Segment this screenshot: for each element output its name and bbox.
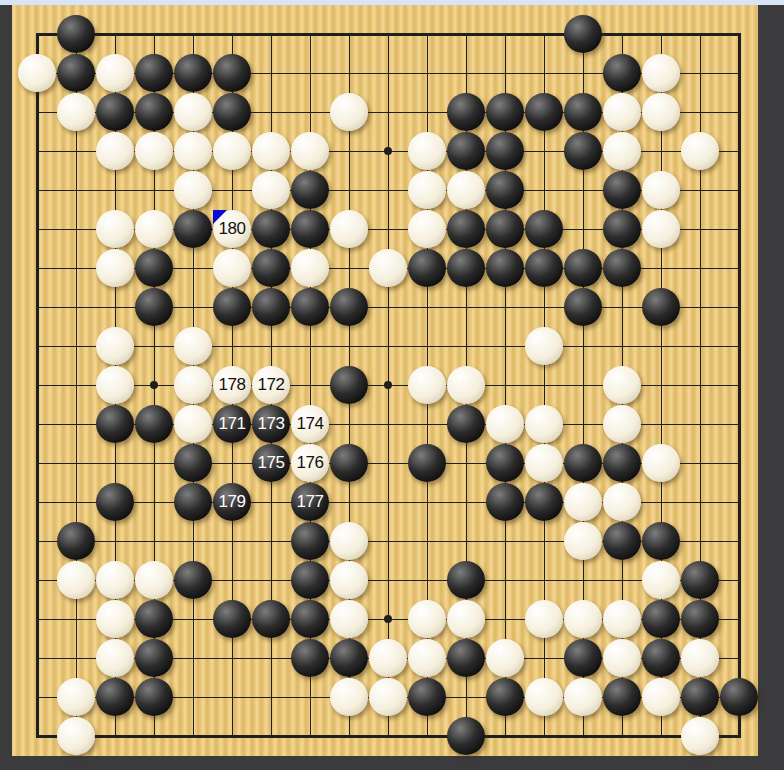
stone-white[interactable] bbox=[96, 210, 134, 248]
stone-white[interactable] bbox=[603, 132, 641, 170]
stone-black[interactable]: 175 bbox=[252, 444, 290, 482]
goban-board[interactable]: 180178172171173174175176179177 bbox=[12, 5, 758, 756]
stone-white[interactable] bbox=[96, 600, 134, 638]
stone-black[interactable]: 171 bbox=[213, 405, 251, 443]
stone-black[interactable] bbox=[603, 522, 641, 560]
stone-black[interactable] bbox=[486, 171, 524, 209]
stone-black[interactable] bbox=[291, 171, 329, 209]
last-move-marker-icon bbox=[213, 210, 227, 224]
stone-black[interactable] bbox=[603, 249, 641, 287]
stone-white[interactable] bbox=[330, 561, 368, 599]
stone-white[interactable] bbox=[135, 561, 173, 599]
stone-white[interactable] bbox=[57, 561, 95, 599]
stone-black[interactable] bbox=[720, 678, 758, 716]
grid-line-vertical bbox=[738, 33, 741, 738]
stone-black[interactable] bbox=[213, 288, 251, 326]
stone-white[interactable] bbox=[603, 600, 641, 638]
stone-black[interactable] bbox=[96, 483, 134, 521]
stone-white[interactable] bbox=[57, 717, 95, 755]
stone-white[interactable] bbox=[486, 405, 524, 443]
stone-white[interactable] bbox=[447, 600, 485, 638]
stone-white[interactable] bbox=[447, 171, 485, 209]
move-number-label: 178 bbox=[213, 366, 251, 404]
stone-white[interactable] bbox=[174, 366, 212, 404]
stone-black[interactable] bbox=[291, 288, 329, 326]
stone-white[interactable] bbox=[174, 171, 212, 209]
stone-white[interactable] bbox=[213, 132, 251, 170]
stone-black[interactable] bbox=[642, 522, 680, 560]
stone-white[interactable] bbox=[564, 600, 602, 638]
stone-white[interactable]: 178 bbox=[213, 366, 251, 404]
stone-black[interactable] bbox=[291, 639, 329, 677]
stone-black[interactable] bbox=[603, 444, 641, 482]
move-number-label: 177 bbox=[291, 483, 329, 521]
stone-white[interactable] bbox=[330, 678, 368, 716]
stone-black[interactable] bbox=[564, 639, 602, 677]
stone-white[interactable] bbox=[642, 54, 680, 92]
stone-white[interactable] bbox=[408, 366, 446, 404]
stone-white[interactable] bbox=[408, 171, 446, 209]
stone-white[interactable] bbox=[642, 210, 680, 248]
stone-black[interactable] bbox=[486, 249, 524, 287]
stone-black[interactable] bbox=[681, 561, 719, 599]
stone-white[interactable] bbox=[369, 678, 407, 716]
stone-black[interactable] bbox=[525, 249, 563, 287]
stone-black[interactable] bbox=[603, 678, 641, 716]
stone-white[interactable] bbox=[681, 717, 719, 755]
stone-white[interactable] bbox=[96, 249, 134, 287]
stone-black[interactable] bbox=[447, 717, 485, 755]
stone-black[interactable] bbox=[564, 249, 602, 287]
stone-white[interactable] bbox=[96, 561, 134, 599]
stone-black[interactable] bbox=[135, 54, 173, 92]
stone-black[interactable] bbox=[603, 54, 641, 92]
stone-black[interactable] bbox=[135, 249, 173, 287]
stone-white[interactable]: 176 bbox=[291, 444, 329, 482]
stone-white[interactable] bbox=[135, 210, 173, 248]
stone-white[interactable] bbox=[525, 327, 563, 365]
stone-white[interactable] bbox=[408, 210, 446, 248]
stone-white[interactable] bbox=[408, 600, 446, 638]
stone-black[interactable] bbox=[447, 210, 485, 248]
star-point bbox=[384, 381, 392, 389]
stone-black[interactable] bbox=[252, 210, 290, 248]
stone-black[interactable] bbox=[291, 210, 329, 248]
stone-white[interactable] bbox=[57, 93, 95, 131]
stone-white[interactable] bbox=[642, 561, 680, 599]
stone-white[interactable]: 172 bbox=[252, 366, 290, 404]
stone-black[interactable] bbox=[174, 54, 212, 92]
stone-black[interactable] bbox=[564, 93, 602, 131]
stone-black[interactable] bbox=[135, 678, 173, 716]
stone-white[interactable] bbox=[369, 639, 407, 677]
stone-black[interactable] bbox=[603, 210, 641, 248]
stone-black[interactable] bbox=[57, 15, 95, 53]
stone-black[interactable] bbox=[213, 54, 251, 92]
stone-black[interactable] bbox=[213, 93, 251, 131]
stone-black[interactable] bbox=[252, 288, 290, 326]
stone-white[interactable] bbox=[642, 678, 680, 716]
stone-white[interactable] bbox=[408, 639, 446, 677]
stone-black[interactable] bbox=[291, 522, 329, 560]
stone-black[interactable] bbox=[681, 600, 719, 638]
stone-black[interactable] bbox=[525, 483, 563, 521]
stone-white[interactable] bbox=[57, 678, 95, 716]
move-number-label: 179 bbox=[213, 483, 251, 521]
stone-white[interactable] bbox=[642, 444, 680, 482]
stone-white[interactable] bbox=[603, 405, 641, 443]
stone-black[interactable] bbox=[447, 561, 485, 599]
stone-black[interactable] bbox=[642, 639, 680, 677]
stone-white[interactable] bbox=[291, 132, 329, 170]
stone-black[interactable] bbox=[642, 600, 680, 638]
stone-black[interactable] bbox=[135, 600, 173, 638]
stone-black[interactable] bbox=[447, 639, 485, 677]
stone-black[interactable] bbox=[486, 132, 524, 170]
stone-black[interactable] bbox=[447, 132, 485, 170]
move-number-label: 176 bbox=[291, 444, 329, 482]
stone-white[interactable] bbox=[447, 366, 485, 404]
stone-black[interactable] bbox=[564, 288, 602, 326]
stone-white[interactable] bbox=[564, 678, 602, 716]
stone-black[interactable] bbox=[96, 678, 134, 716]
stone-black[interactable]: 179 bbox=[213, 483, 251, 521]
stone-black[interactable] bbox=[174, 561, 212, 599]
move-number-label: 171 bbox=[213, 405, 251, 443]
stone-black[interactable] bbox=[330, 444, 368, 482]
stone-white[interactable] bbox=[174, 132, 212, 170]
stone-black[interactable] bbox=[408, 444, 446, 482]
stone-black[interactable] bbox=[174, 444, 212, 482]
stone-black[interactable] bbox=[213, 600, 251, 638]
stone-white[interactable] bbox=[330, 210, 368, 248]
stone-white[interactable] bbox=[486, 639, 524, 677]
stone-white[interactable] bbox=[291, 249, 329, 287]
stone-black[interactable] bbox=[564, 132, 602, 170]
stone-white[interactable] bbox=[330, 522, 368, 560]
stone-white[interactable] bbox=[603, 93, 641, 131]
stone-black[interactable] bbox=[486, 678, 524, 716]
stone-white[interactable] bbox=[96, 639, 134, 677]
stone-white[interactable] bbox=[525, 600, 563, 638]
stone-white[interactable] bbox=[96, 54, 134, 92]
stone-white[interactable] bbox=[564, 522, 602, 560]
stone-white[interactable] bbox=[642, 93, 680, 131]
stone-black[interactable] bbox=[447, 249, 485, 287]
stone-black[interactable] bbox=[564, 15, 602, 53]
stone-white[interactable] bbox=[96, 366, 134, 404]
stone-white[interactable] bbox=[525, 444, 563, 482]
stone-black[interactable] bbox=[330, 366, 368, 404]
stone-black[interactable] bbox=[681, 678, 719, 716]
stone-white[interactable] bbox=[330, 93, 368, 131]
stone-black[interactable] bbox=[642, 288, 680, 326]
stone-black[interactable] bbox=[447, 405, 485, 443]
stone-black[interactable] bbox=[603, 171, 641, 209]
stone-black[interactable] bbox=[174, 210, 212, 248]
stone-black[interactable]: 177 bbox=[291, 483, 329, 521]
stone-white[interactable] bbox=[135, 132, 173, 170]
move-number-label: 172 bbox=[252, 366, 290, 404]
stone-white[interactable] bbox=[525, 405, 563, 443]
stone-white[interactable] bbox=[213, 249, 251, 287]
stone-white[interactable] bbox=[408, 132, 446, 170]
stone-white[interactable] bbox=[603, 483, 641, 521]
stone-black[interactable] bbox=[252, 600, 290, 638]
stone-white[interactable] bbox=[564, 483, 602, 521]
stone-white[interactable] bbox=[603, 639, 641, 677]
stone-black[interactable] bbox=[330, 639, 368, 677]
stone-white[interactable] bbox=[525, 678, 563, 716]
stone-black[interactable] bbox=[57, 522, 95, 560]
stone-black[interactable] bbox=[135, 639, 173, 677]
stone-black[interactable] bbox=[96, 405, 134, 443]
stone-black[interactable] bbox=[174, 483, 212, 521]
stone-black[interactable] bbox=[447, 93, 485, 131]
stone-white[interactable] bbox=[603, 366, 641, 404]
stone-black[interactable] bbox=[252, 249, 290, 287]
stone-white[interactable] bbox=[252, 132, 290, 170]
stone-black[interactable] bbox=[564, 444, 602, 482]
star-point bbox=[384, 147, 392, 155]
stone-white[interactable] bbox=[252, 171, 290, 209]
stone-white[interactable] bbox=[96, 132, 134, 170]
stone-black[interactable] bbox=[408, 678, 446, 716]
move-number-label: 175 bbox=[252, 444, 290, 482]
stone-black[interactable] bbox=[135, 405, 173, 443]
stone-black[interactable] bbox=[486, 210, 524, 248]
stone-white[interactable] bbox=[330, 600, 368, 638]
stone-black[interactable] bbox=[330, 288, 368, 326]
move-number-label: 174 bbox=[291, 405, 329, 443]
grid-line-horizontal bbox=[36, 735, 741, 738]
star-point bbox=[384, 615, 392, 623]
stone-white[interactable]: 174 bbox=[291, 405, 329, 443]
stone-black[interactable]: 173 bbox=[252, 405, 290, 443]
stone-black[interactable] bbox=[135, 288, 173, 326]
stone-white[interactable] bbox=[174, 405, 212, 443]
stone-black[interactable] bbox=[525, 210, 563, 248]
stone-white[interactable] bbox=[174, 93, 212, 131]
stone-black[interactable] bbox=[135, 93, 173, 131]
star-point bbox=[150, 381, 158, 389]
stone-white[interactable] bbox=[18, 54, 56, 92]
stone-black[interactable] bbox=[96, 93, 134, 131]
stone-white[interactable] bbox=[681, 639, 719, 677]
stone-white[interactable] bbox=[369, 249, 407, 287]
stone-black[interactable] bbox=[291, 600, 329, 638]
stone-black[interactable] bbox=[486, 483, 524, 521]
stone-white[interactable] bbox=[174, 327, 212, 365]
stone-black[interactable] bbox=[486, 93, 524, 131]
stone-white[interactable] bbox=[642, 171, 680, 209]
stone-black[interactable] bbox=[486, 444, 524, 482]
move-number-label: 173 bbox=[252, 405, 290, 443]
stone-black[interactable] bbox=[525, 93, 563, 131]
stone-black[interactable] bbox=[408, 249, 446, 287]
stone-white[interactable]: 180 bbox=[213, 210, 251, 248]
stone-white[interactable] bbox=[96, 327, 134, 365]
stone-white[interactable] bbox=[681, 132, 719, 170]
stone-black[interactable] bbox=[57, 54, 95, 92]
go-game-window: 180178172171173174175176179177 bbox=[0, 0, 784, 770]
stone-black[interactable] bbox=[291, 561, 329, 599]
